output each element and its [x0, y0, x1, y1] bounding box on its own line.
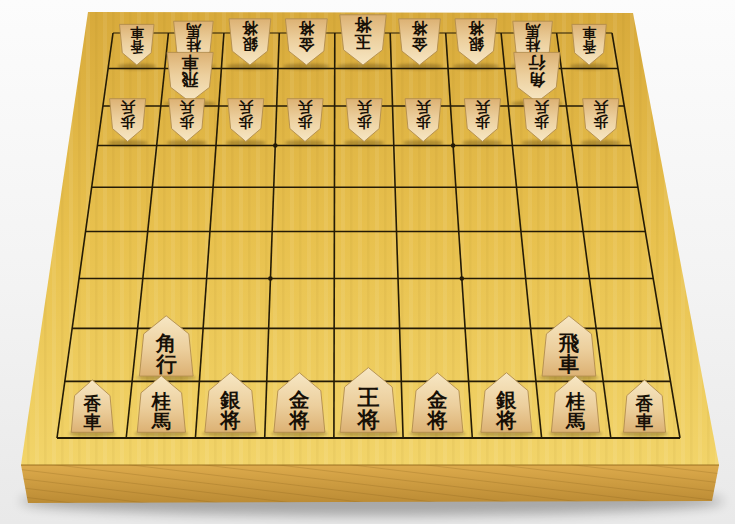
- svg-text:車: 車: [182, 53, 199, 73]
- svg-text:将: 将: [219, 408, 240, 432]
- svg-text:兵: 兵: [593, 99, 609, 116]
- svg-text:兵: 兵: [120, 99, 136, 116]
- svg-text:馬: 馬: [186, 21, 202, 39]
- svg-text:車: 車: [82, 411, 101, 432]
- svg-text:行: 行: [155, 352, 177, 376]
- svg-text:兵: 兵: [179, 99, 195, 116]
- svg-text:車: 車: [635, 411, 654, 432]
- photo-background: 香車桂馬銀将金将玉将金将銀将桂馬香車飛車角行歩兵歩兵歩兵歩兵歩兵歩兵歩兵歩兵歩兵…: [0, 0, 735, 524]
- shogi-board-photo: 香車桂馬銀将金将玉将金将銀将桂馬香車飛車角行歩兵歩兵歩兵歩兵歩兵歩兵歩兵歩兵歩兵…: [0, 0, 735, 524]
- svg-text:将: 将: [242, 19, 259, 38]
- svg-text:将: 将: [288, 408, 309, 432]
- svg-text:将: 将: [356, 406, 379, 432]
- svg-text:将: 将: [411, 19, 428, 38]
- svg-text:行: 行: [528, 53, 546, 73]
- svg-text:兵: 兵: [356, 99, 372, 116]
- svg-text:兵: 兵: [534, 99, 550, 116]
- svg-text:将: 将: [468, 19, 485, 38]
- svg-text:馬: 馬: [151, 410, 171, 433]
- svg-text:馬: 馬: [525, 21, 541, 39]
- board-front-grain: [21, 465, 719, 503]
- svg-text:兵: 兵: [238, 99, 254, 116]
- svg-text:将: 将: [298, 19, 315, 38]
- svg-text:車: 車: [130, 25, 145, 41]
- svg-text:将: 将: [355, 15, 373, 35]
- svg-text:車: 車: [558, 352, 580, 376]
- svg-text:兵: 兵: [415, 99, 431, 116]
- svg-text:兵: 兵: [297, 99, 313, 116]
- svg-text:将: 将: [495, 408, 516, 432]
- svg-text:将: 将: [426, 408, 447, 432]
- shogi-board: 香車桂馬銀将金将玉将金将銀将桂馬香車飛車角行歩兵歩兵歩兵歩兵歩兵歩兵歩兵歩兵歩兵…: [0, 0, 735, 524]
- svg-text:馬: 馬: [565, 410, 585, 433]
- svg-text:兵: 兵: [475, 99, 491, 116]
- svg-text:車: 車: [582, 25, 597, 41]
